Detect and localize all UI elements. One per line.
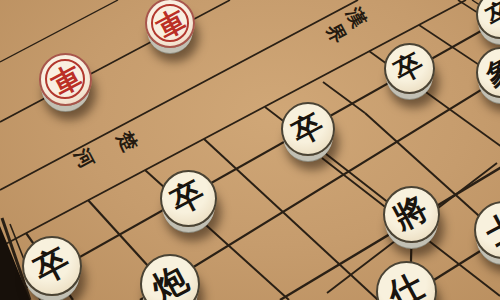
red-chariot-1-glyph: 車	[43, 55, 87, 104]
piece-black-soldier-4[interactable]: 卒	[160, 170, 217, 227]
piece-red-chariot-1[interactable]: 車	[39, 53, 92, 106]
black-soldier-4-glyph: 卒	[164, 171, 213, 225]
grid-line	[204, 139, 378, 300]
red-chariot-2-glyph: 車	[149, 0, 192, 46]
black-soldier-1-glyph: 卒	[480, 0, 500, 36]
black-cannon-glyph: 炮	[144, 256, 196, 300]
grid-line	[0, 0, 230, 122]
black-advisor-2-glyph: 士	[479, 203, 500, 257]
black-general-glyph: 將	[387, 187, 436, 241]
black-advisor-1-glyph: 仕	[380, 263, 432, 300]
piece-black-soldier-5[interactable]: 卒	[22, 236, 82, 296]
piece-black-general[interactable]: 將	[383, 186, 440, 243]
black-soldier-3-glyph: 卒	[285, 104, 331, 154]
black-soldier-2-glyph: 卒	[388, 45, 431, 92]
black-soldier-5-glyph: 卒	[26, 238, 78, 295]
xiangqi-board-scene: 楚河漢界 車車卒卒象卒卒將士卒炮仕	[0, 0, 500, 300]
piece-red-chariot-2[interactable]: 車	[145, 0, 195, 48]
piece-black-soldier-3[interactable]: 卒	[281, 102, 335, 156]
black-elephant-glyph: 象	[480, 49, 500, 96]
piece-black-soldier-2[interactable]: 卒	[384, 43, 435, 94]
